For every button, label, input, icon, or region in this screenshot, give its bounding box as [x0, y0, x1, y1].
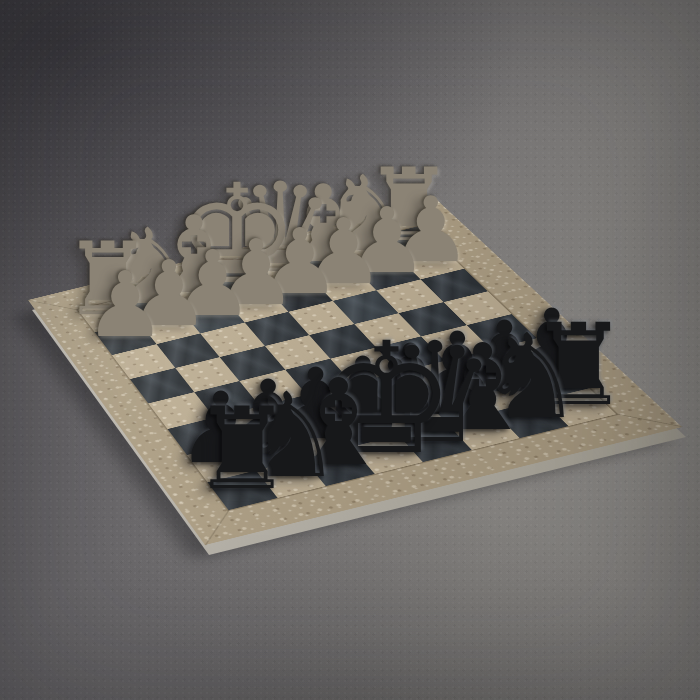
- piece-black-rook-h8[interactable]: ♜: [191, 393, 292, 506]
- piece-white-pawn-h2[interactable]: ♟: [85, 260, 166, 351]
- photo-scene: ♜♞♝♟♛♟♚♟♝♟♞♟♜♟♟♟♟♟♟♜♟♞♟♝♟♛♟♚♟♝♞♜: [0, 0, 700, 700]
